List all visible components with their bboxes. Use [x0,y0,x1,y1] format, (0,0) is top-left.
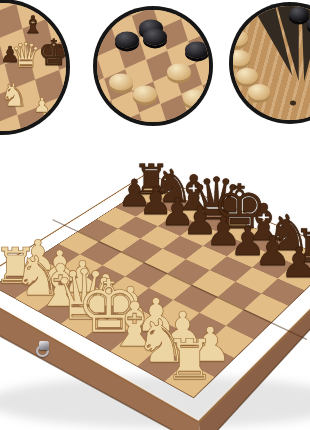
backgammon-board-dot [290,101,296,106]
checker-disc-dark [115,32,139,49]
backgammon-checker-light [248,84,270,100]
inset-chess-piece-light-n: ♞ [0,79,28,111]
product-photo: ♜♞♝♛♚♝♞♜♟♟♟♟♟♟♟♟♟♟♟♟♟♟♟♟♜♞♝♛♚♝♞♜ ♝♟♛♚♞♟ [0,0,310,430]
inset-chess-piece-light-q: ♛ [11,38,41,72]
checker-disc-light [133,86,157,103]
checker-disc-dark [143,29,167,46]
checker-disc-light [109,74,133,91]
clasp-plate [39,341,49,350]
inset-checkers-pieces-detail [97,10,209,122]
metal-clasp-latch [36,341,51,354]
backgammon-checker-dark [289,7,309,22]
checker-disc-light [167,64,191,81]
backgammon-checker-light [236,68,258,84]
